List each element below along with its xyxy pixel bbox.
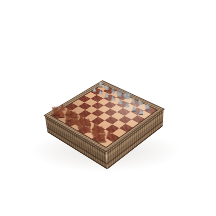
- chess-piece-copper-rook: ♜: [94, 130, 112, 144]
- product-photo: ♜♞♝♛♚♝♞♜♟♟♟♟♟♟♟♟♟♟♟♟♟♟♟♟♜♞♝♛♚♝♞♜: [0, 0, 216, 216]
- chess-piece-silver-pawn: ♟: [133, 107, 150, 116]
- chess-set: ♜♞♝♛♚♝♞♜♟♟♟♟♟♟♟♟♟♟♟♟♟♟♟♟♜♞♝♛♚♝♞♜: [0, 0, 216, 216]
- chess-box-lid: ♜♞♝♛♚♝♞♜♟♟♟♟♟♟♟♟♟♟♟♟♟♟♟♟♜♞♝♛♚♝♞♜: [43, 80, 164, 152]
